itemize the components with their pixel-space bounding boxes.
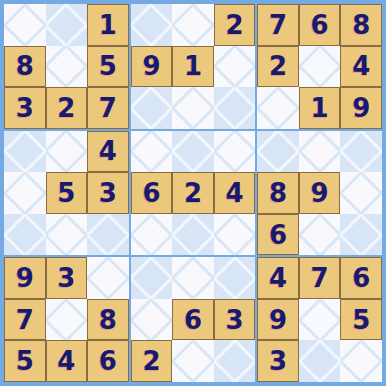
cell-r6c4[interactable] (131, 214, 173, 256)
given-digit: 2 (57, 95, 75, 121)
cell-r9c3: 6 (87, 340, 129, 382)
given-digit: 1 (311, 95, 329, 121)
box-r2c3: 896 (257, 131, 382, 256)
given-digit: 6 (142, 180, 160, 206)
cell-r1c7: 7 (257, 4, 299, 46)
cell-r4c3: 4 (87, 131, 129, 173)
given-digit: 3 (226, 307, 244, 333)
cell-r3c2: 2 (46, 87, 88, 129)
cell-r3c4[interactable] (131, 87, 173, 129)
cell-r8c8[interactable] (299, 299, 341, 341)
given-digit: 7 (99, 95, 117, 121)
cell-r7c4[interactable] (131, 257, 173, 299)
given-digit: 9 (16, 265, 34, 291)
cell-r4c1[interactable] (4, 131, 46, 173)
cell-r5c5: 2 (172, 172, 214, 214)
cell-r5c4: 6 (131, 172, 173, 214)
box-r3c2: 632 (131, 257, 256, 382)
cell-r9c7: 3 (257, 340, 299, 382)
box-r2c2: 624 (131, 131, 256, 256)
given-digit: 6 (269, 222, 287, 248)
cell-r1c8: 6 (299, 4, 341, 46)
box-r3c3: 476953 (257, 257, 382, 382)
given-digit: 8 (99, 307, 117, 333)
cell-r7c7: 4 (257, 257, 299, 299)
given-digit: 6 (352, 265, 370, 291)
cell-r6c7: 6 (257, 214, 299, 256)
cell-r2c4: 9 (131, 46, 173, 88)
cell-r4c9[interactable] (340, 131, 382, 173)
cell-r5c9[interactable] (340, 172, 382, 214)
given-digit: 1 (184, 53, 202, 79)
cell-r2c3: 5 (87, 46, 129, 88)
cell-r8c3: 8 (87, 299, 129, 341)
cell-r3c3: 7 (87, 87, 129, 129)
given-digit: 9 (269, 307, 287, 333)
cell-r2c9: 4 (340, 46, 382, 88)
given-digit: 4 (269, 265, 287, 291)
cell-r1c2[interactable] (46, 4, 88, 46)
cell-r7c3[interactable] (87, 257, 129, 299)
given-digit: 8 (16, 53, 34, 79)
cell-r1c5[interactable] (172, 4, 214, 46)
cell-r3c6[interactable] (214, 87, 256, 129)
given-digit: 8 (352, 12, 370, 38)
given-digit: 3 (269, 348, 287, 374)
cell-r2c8[interactable] (299, 46, 341, 88)
given-digit: 2 (269, 53, 287, 79)
cell-r7c8: 7 (299, 257, 341, 299)
cell-r4c8[interactable] (299, 131, 341, 173)
cell-r1c3: 1 (87, 4, 129, 46)
cell-r7c5[interactable] (172, 257, 214, 299)
cell-r8c7: 9 (257, 299, 299, 341)
cell-r8c4[interactable] (131, 299, 173, 341)
cell-r8c6: 3 (214, 299, 256, 341)
given-digit: 3 (99, 180, 117, 206)
cell-r5c6: 4 (214, 172, 256, 214)
box-r1c2: 291 (131, 4, 256, 129)
cell-r6c8[interactable] (299, 214, 341, 256)
given-digit: 1 (99, 12, 117, 38)
box-r1c3: 7682419 (257, 4, 382, 129)
given-digit: 4 (226, 180, 244, 206)
given-digit: 2 (142, 348, 160, 374)
cell-r4c2[interactable] (46, 131, 88, 173)
cell-r1c6: 2 (214, 4, 256, 46)
given-digit: 7 (269, 12, 287, 38)
cell-r5c3: 3 (87, 172, 129, 214)
cell-r7c6[interactable] (214, 257, 256, 299)
cell-r3c5[interactable] (172, 87, 214, 129)
cell-r6c3[interactable] (87, 214, 129, 256)
cell-r9c8[interactable] (299, 340, 341, 382)
given-digit: 2 (226, 12, 244, 38)
cell-r9c9[interactable] (340, 340, 382, 382)
given-digit: 3 (16, 95, 34, 121)
cell-r9c2: 4 (46, 340, 88, 382)
cell-r6c2[interactable] (46, 214, 88, 256)
given-digit: 9 (142, 53, 160, 79)
cell-r5c2: 5 (46, 172, 88, 214)
cell-r1c4[interactable] (131, 4, 173, 46)
cell-r5c8: 9 (299, 172, 341, 214)
cell-r7c9: 6 (340, 257, 382, 299)
cell-r8c9: 5 (340, 299, 382, 341)
cell-r8c1: 7 (4, 299, 46, 341)
cell-r5c7: 8 (257, 172, 299, 214)
given-digit: 9 (352, 95, 370, 121)
given-digit: 6 (184, 307, 202, 333)
given-digit: 7 (311, 265, 329, 291)
given-digit: 9 (311, 180, 329, 206)
given-digit: 4 (352, 53, 370, 79)
given-digit: 3 (57, 265, 75, 291)
sudoku-board: 1853272917682419453624896937854663247695… (0, 0, 386, 386)
cell-r9c4: 2 (131, 340, 173, 382)
cell-r4c4[interactable] (131, 131, 173, 173)
given-digit: 5 (57, 180, 75, 206)
cell-r1c9: 8 (340, 4, 382, 46)
given-digit: 6 (99, 348, 117, 374)
cell-r9c5[interactable] (172, 340, 214, 382)
cell-r5c1[interactable] (4, 172, 46, 214)
cell-r9c1: 5 (4, 340, 46, 382)
cell-r1c1[interactable] (4, 4, 46, 46)
cell-r2c2[interactable] (46, 46, 88, 88)
given-digit: 7 (16, 307, 34, 333)
given-digit: 5 (99, 53, 117, 79)
cell-r3c9: 9 (340, 87, 382, 129)
cell-r2c7: 2 (257, 46, 299, 88)
cell-r9c6[interactable] (214, 340, 256, 382)
cell-r3c1: 3 (4, 87, 46, 129)
cell-r3c8: 1 (299, 87, 341, 129)
cell-r2c6[interactable] (214, 46, 256, 88)
cell-r8c5: 6 (172, 299, 214, 341)
cell-r4c5[interactable] (172, 131, 214, 173)
box-r2c1: 453 (4, 131, 129, 256)
cell-r6c9[interactable] (340, 214, 382, 256)
given-digit: 5 (16, 348, 34, 374)
given-digit: 2 (184, 180, 202, 206)
cell-r2c1: 8 (4, 46, 46, 88)
cell-r2c5: 1 (172, 46, 214, 88)
cell-r6c1[interactable] (4, 214, 46, 256)
given-digit: 4 (57, 348, 75, 374)
cell-r6c6[interactable] (214, 214, 256, 256)
cell-r4c6[interactable] (214, 131, 256, 173)
cell-r4c7[interactable] (257, 131, 299, 173)
cell-r6c5[interactable] (172, 214, 214, 256)
cell-r3c7[interactable] (257, 87, 299, 129)
box-r3c1: 9378546 (4, 257, 129, 382)
given-digit: 6 (311, 12, 329, 38)
given-digit: 5 (352, 307, 370, 333)
box-r1c1: 185327 (4, 4, 129, 129)
given-digit: 4 (99, 138, 117, 164)
cell-r7c2: 3 (46, 257, 88, 299)
given-digit: 8 (269, 180, 287, 206)
cell-r7c1: 9 (4, 257, 46, 299)
cell-r8c2[interactable] (46, 299, 88, 341)
